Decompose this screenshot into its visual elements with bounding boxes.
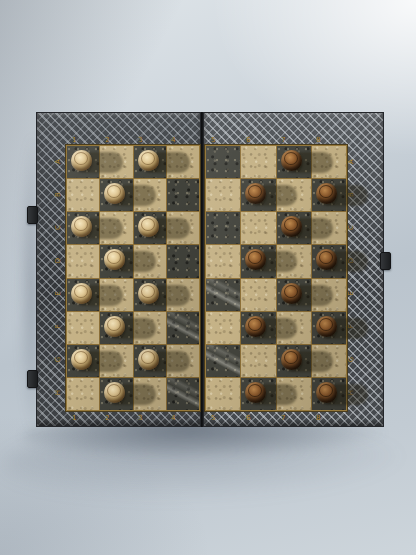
square-D2[interactable] [100,245,132,277]
checkers-piece-dark[interactable] [316,183,337,204]
square-E7[interactable] [277,279,311,311]
square-H6[interactable] [241,378,275,410]
square-B5[interactable] [206,179,240,211]
checkers-piece-light[interactable] [138,283,159,304]
square-H8[interactable] [312,378,346,410]
square-H5[interactable] [206,378,240,410]
square-E1[interactable] [67,279,99,311]
square-C6[interactable] [241,212,275,244]
square-A5[interactable] [206,146,240,178]
square-H1[interactable] [67,378,99,410]
board-left-half [36,112,201,427]
square-C5[interactable] [206,212,240,244]
checkers-piece-light[interactable] [138,349,159,370]
hinge-clasp-left-top [27,206,38,224]
square-F8[interactable] [312,312,346,344]
square-E3[interactable] [134,279,166,311]
hinge-clasp-right [380,252,391,270]
square-B2[interactable] [100,179,132,211]
photo-background: AABBCCDDEEFFGGHH1122334455667788 [0,0,416,555]
checkers-piece-dark[interactable] [316,249,337,270]
checkers-piece-light[interactable] [104,316,125,337]
checkers-piece-dark[interactable] [316,382,337,403]
board-grid-right [206,146,346,410]
square-A6[interactable] [241,146,275,178]
square-F1[interactable] [67,312,99,344]
square-D1[interactable] [67,245,99,277]
square-B1[interactable] [67,179,99,211]
square-A3[interactable] [134,146,166,178]
square-D5[interactable] [206,245,240,277]
checkers-piece-dark[interactable] [281,349,302,370]
checkers-piece-dark[interactable] [245,316,266,337]
square-D4[interactable] [167,245,199,277]
checkers-piece-light[interactable] [71,283,92,304]
square-A1[interactable] [67,146,99,178]
square-D6[interactable] [241,245,275,277]
board-right-half [203,112,384,427]
square-B8[interactable] [312,179,346,211]
square-G5[interactable] [206,345,240,377]
square-G6[interactable] [241,345,275,377]
square-B4[interactable] [167,179,199,211]
checkers-piece-light[interactable] [138,150,159,171]
square-E6[interactable] [241,279,275,311]
square-E5[interactable] [206,279,240,311]
checkers-piece-dark[interactable] [316,316,337,337]
board-grid-left [67,146,199,410]
square-C1[interactable] [67,212,99,244]
square-F2[interactable] [100,312,132,344]
square-A7[interactable] [277,146,311,178]
square-F6[interactable] [241,312,275,344]
square-H4[interactable] [167,378,199,410]
square-G7[interactable] [277,345,311,377]
square-F5[interactable] [206,312,240,344]
square-G3[interactable] [134,345,166,377]
hinge-clasp-left-bottom [27,370,38,388]
checkers-piece-light[interactable] [104,382,125,403]
checkers-piece-dark[interactable] [245,382,266,403]
checkers-piece-light[interactable] [138,216,159,237]
square-H2[interactable] [100,378,132,410]
checkers-piece-dark[interactable] [281,283,302,304]
square-C3[interactable] [134,212,166,244]
checkers-piece-dark[interactable] [281,216,302,237]
square-B6[interactable] [241,179,275,211]
square-G1[interactable] [67,345,99,377]
square-C7[interactable] [277,212,311,244]
square-D8[interactable] [312,245,346,277]
checkers-piece-dark[interactable] [281,150,302,171]
checkers-piece-light[interactable] [71,349,92,370]
square-F4[interactable] [167,312,199,344]
checkers-piece-light[interactable] [71,150,92,171]
